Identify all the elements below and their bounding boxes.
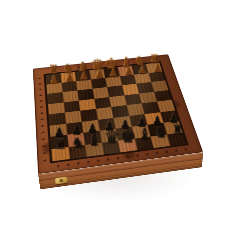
square: [60, 72, 76, 83]
piece-black-knight: ♞: [152, 119, 169, 143]
piece-black-king: ♚: [119, 123, 136, 147]
square: [151, 80, 169, 91]
piece-black-pawn: ♟: [133, 110, 149, 133]
piece-black-knight: ♞: [69, 130, 86, 154]
brass-clasp-icon: [54, 176, 67, 184]
square: [46, 73, 62, 84]
chess-box: ♜♞♝♛♚♝♞♜♟♟♟♟♟♟♟♟♟♟♟♟♟♟♟♟♜♞♝♛♚♝♞♜: [33, 54, 203, 174]
piece-black-pawn: ♟: [117, 112, 133, 135]
piece-black-bishop: ♝: [136, 121, 153, 145]
piece-black-pawn: ♟: [68, 118, 85, 142]
square: [122, 84, 139, 95]
photo-scene: ♜♞♝♛♚♝♞♜♟♟♟♟♟♟♟♟♟♟♟♟♟♟♟♟♜♞♝♛♚♝♞♜: [0, 0, 230, 230]
square: [139, 92, 157, 104]
square: [131, 64, 148, 74]
product-photo[interactable]: ♜♞♝♛♚♝♞♜♟♟♟♟♟♟♟♟♟♟♟♟♟♟♟♟♜♞♝♛♚♝♞♜: [0, 0, 230, 230]
piece-black-pawn: ♟: [51, 120, 68, 144]
piece-black-pawn: ♟: [149, 108, 165, 131]
piece-black-pawn: ♟: [84, 116, 101, 139]
piece-black-queen: ♛: [103, 125, 120, 149]
